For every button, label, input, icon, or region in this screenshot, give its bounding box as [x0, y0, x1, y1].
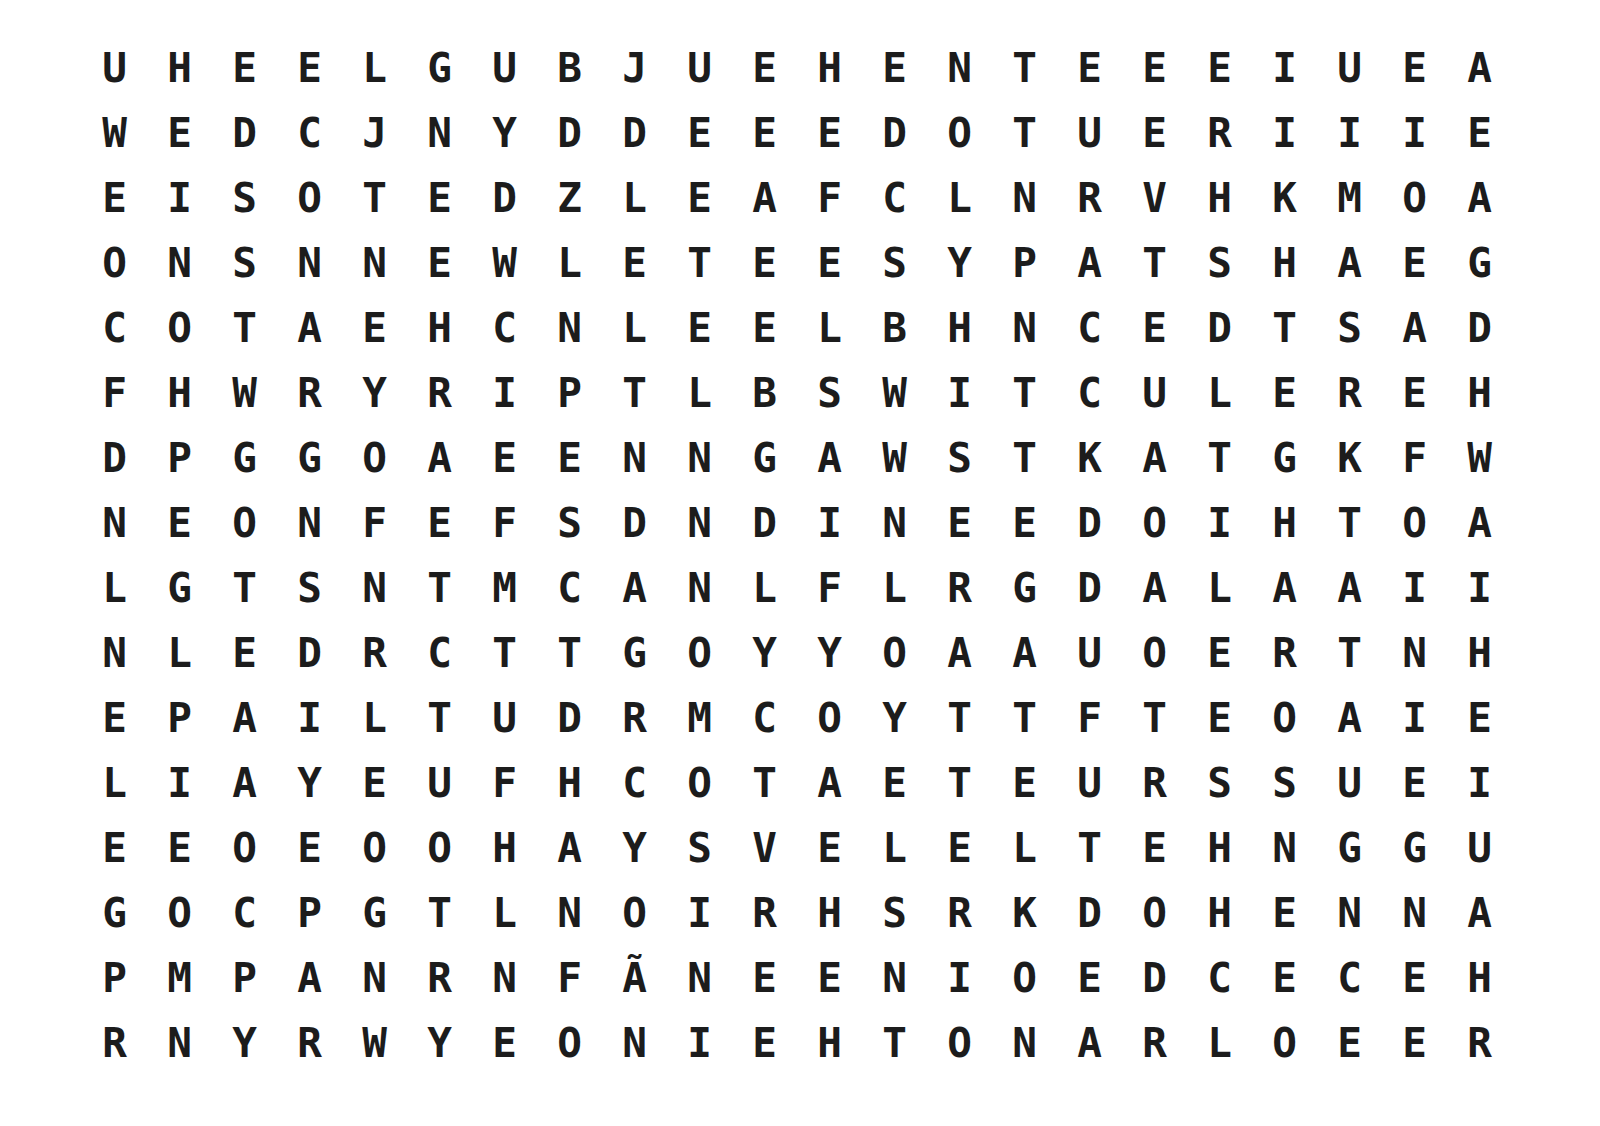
grid-cell-r10c3[interactable]: E	[212, 621, 277, 686]
grid-cell-r13c14[interactable]: E	[927, 816, 992, 881]
grid-cell-r7c20[interactable]: K	[1317, 426, 1382, 491]
grid-cell-r13c10[interactable]: S	[667, 816, 732, 881]
grid-cell-r12c5[interactable]: E	[342, 751, 407, 816]
grid-cell-r10c19[interactable]: R	[1252, 621, 1317, 686]
grid-cell-r8c11[interactable]: D	[732, 491, 797, 556]
grid-cell-r13c18[interactable]: H	[1187, 816, 1252, 881]
grid-cell-r2c9[interactable]: D	[602, 101, 667, 166]
grid-cell-r4c9[interactable]: E	[602, 231, 667, 296]
grid-cell-r7c13[interactable]: W	[862, 426, 927, 491]
grid-cell-r14c3[interactable]: C	[212, 881, 277, 946]
grid-cell-r9c19[interactable]: A	[1252, 556, 1317, 621]
grid-cell-r12c20[interactable]: U	[1317, 751, 1382, 816]
grid-cell-r15c3[interactable]: P	[212, 946, 277, 1011]
grid-cell-r6c14[interactable]: I	[927, 361, 992, 426]
grid-cell-r11c17[interactable]: T	[1122, 686, 1187, 751]
grid-cell-r8c14[interactable]: E	[927, 491, 992, 556]
grid-cell-r8c18[interactable]: I	[1187, 491, 1252, 556]
grid-cell-r15c9[interactable]: Ã	[602, 946, 667, 1011]
grid-cell-r16c8[interactable]: O	[537, 1011, 602, 1076]
grid-cell-r14c16[interactable]: D	[1057, 881, 1122, 946]
grid-cell-r15c7[interactable]: N	[472, 946, 537, 1011]
grid-cell-r6c5[interactable]: Y	[342, 361, 407, 426]
grid-cell-r6c16[interactable]: C	[1057, 361, 1122, 426]
grid-cell-r8c15[interactable]: E	[992, 491, 1057, 556]
grid-cell-r16c6[interactable]: Y	[407, 1011, 472, 1076]
grid-cell-r16c9[interactable]: N	[602, 1011, 667, 1076]
grid-cell-r5c12[interactable]: L	[797, 296, 862, 361]
grid-cell-r7c16[interactable]: K	[1057, 426, 1122, 491]
grid-cell-r15c16[interactable]: E	[1057, 946, 1122, 1011]
grid-cell-r13c12[interactable]: E	[797, 816, 862, 881]
grid-cell-r9c3[interactable]: T	[212, 556, 277, 621]
grid-cell-r2c1[interactable]: W	[82, 101, 147, 166]
grid-cell-r15c19[interactable]: E	[1252, 946, 1317, 1011]
grid-cell-r3c4[interactable]: O	[277, 166, 342, 231]
grid-cell-r4c8[interactable]: L	[537, 231, 602, 296]
grid-cell-r4c3[interactable]: S	[212, 231, 277, 296]
grid-cell-r1c13[interactable]: E	[862, 36, 927, 101]
grid-cell-r8c22[interactable]: A	[1447, 491, 1512, 556]
grid-cell-r5c17[interactable]: E	[1122, 296, 1187, 361]
grid-cell-r10c1[interactable]: N	[82, 621, 147, 686]
grid-cell-r7c10[interactable]: N	[667, 426, 732, 491]
grid-cell-r16c16[interactable]: A	[1057, 1011, 1122, 1076]
grid-cell-r7c7[interactable]: E	[472, 426, 537, 491]
grid-cell-r9c18[interactable]: L	[1187, 556, 1252, 621]
grid-cell-r7c21[interactable]: F	[1382, 426, 1447, 491]
grid-cell-r5c11[interactable]: E	[732, 296, 797, 361]
grid-cell-r11c13[interactable]: Y	[862, 686, 927, 751]
grid-cell-r7c12[interactable]: A	[797, 426, 862, 491]
grid-cell-r1c10[interactable]: U	[667, 36, 732, 101]
grid-cell-r8c4[interactable]: N	[277, 491, 342, 556]
grid-cell-r4c11[interactable]: E	[732, 231, 797, 296]
grid-cell-r5c9[interactable]: L	[602, 296, 667, 361]
grid-cell-r6c20[interactable]: R	[1317, 361, 1382, 426]
grid-cell-r4c20[interactable]: A	[1317, 231, 1382, 296]
grid-cell-r12c13[interactable]: E	[862, 751, 927, 816]
grid-cell-r5c19[interactable]: T	[1252, 296, 1317, 361]
grid-cell-r7c2[interactable]: P	[147, 426, 212, 491]
grid-cell-r11c7[interactable]: U	[472, 686, 537, 751]
grid-cell-r3c14[interactable]: L	[927, 166, 992, 231]
grid-cell-r3c12[interactable]: F	[797, 166, 862, 231]
grid-cell-r10c10[interactable]: O	[667, 621, 732, 686]
grid-cell-r2c20[interactable]: I	[1317, 101, 1382, 166]
grid-cell-r15c18[interactable]: C	[1187, 946, 1252, 1011]
grid-cell-r3c2[interactable]: I	[147, 166, 212, 231]
grid-cell-r3c22[interactable]: A	[1447, 166, 1512, 231]
grid-cell-r6c2[interactable]: H	[147, 361, 212, 426]
grid-cell-r6c13[interactable]: W	[862, 361, 927, 426]
grid-cell-r3c10[interactable]: E	[667, 166, 732, 231]
grid-cell-r15c17[interactable]: D	[1122, 946, 1187, 1011]
grid-cell-r3c21[interactable]: O	[1382, 166, 1447, 231]
grid-cell-r5c15[interactable]: N	[992, 296, 1057, 361]
grid-cell-r6c18[interactable]: L	[1187, 361, 1252, 426]
grid-cell-r16c1[interactable]: R	[82, 1011, 147, 1076]
grid-cell-r1c4[interactable]: E	[277, 36, 342, 101]
grid-cell-r13c15[interactable]: L	[992, 816, 1057, 881]
grid-cell-r15c8[interactable]: F	[537, 946, 602, 1011]
grid-cell-r15c4[interactable]: A	[277, 946, 342, 1011]
grid-cell-r1c6[interactable]: G	[407, 36, 472, 101]
grid-cell-r13c17[interactable]: E	[1122, 816, 1187, 881]
grid-cell-r6c17[interactable]: U	[1122, 361, 1187, 426]
grid-cell-r10c13[interactable]: O	[862, 621, 927, 686]
grid-cell-r14c19[interactable]: E	[1252, 881, 1317, 946]
grid-cell-r12c18[interactable]: S	[1187, 751, 1252, 816]
grid-cell-r6c11[interactable]: B	[732, 361, 797, 426]
grid-cell-r9c17[interactable]: A	[1122, 556, 1187, 621]
grid-cell-r16c4[interactable]: R	[277, 1011, 342, 1076]
grid-cell-r2c7[interactable]: Y	[472, 101, 537, 166]
grid-cell-r3c8[interactable]: Z	[537, 166, 602, 231]
grid-cell-r11c12[interactable]: O	[797, 686, 862, 751]
grid-cell-r14c11[interactable]: R	[732, 881, 797, 946]
grid-cell-r8c21[interactable]: O	[1382, 491, 1447, 556]
grid-cell-r5c20[interactable]: S	[1317, 296, 1382, 361]
grid-cell-r14c14[interactable]: R	[927, 881, 992, 946]
grid-cell-r15c1[interactable]: P	[82, 946, 147, 1011]
grid-cell-r15c5[interactable]: N	[342, 946, 407, 1011]
grid-cell-r9c5[interactable]: N	[342, 556, 407, 621]
grid-cell-r14c1[interactable]: G	[82, 881, 147, 946]
grid-cell-r12c16[interactable]: U	[1057, 751, 1122, 816]
grid-cell-r12c9[interactable]: C	[602, 751, 667, 816]
grid-cell-r2c18[interactable]: R	[1187, 101, 1252, 166]
grid-cell-r7c6[interactable]: A	[407, 426, 472, 491]
grid-cell-r9c10[interactable]: N	[667, 556, 732, 621]
grid-cell-r4c1[interactable]: O	[82, 231, 147, 296]
grid-cell-r9c15[interactable]: G	[992, 556, 1057, 621]
grid-cell-r14c17[interactable]: O	[1122, 881, 1187, 946]
grid-cell-r9c2[interactable]: G	[147, 556, 212, 621]
grid-cell-r10c17[interactable]: O	[1122, 621, 1187, 686]
grid-cell-r2c4[interactable]: C	[277, 101, 342, 166]
grid-cell-r6c19[interactable]: E	[1252, 361, 1317, 426]
grid-cell-r13c8[interactable]: A	[537, 816, 602, 881]
grid-cell-r7c15[interactable]: T	[992, 426, 1057, 491]
grid-cell-r14c7[interactable]: L	[472, 881, 537, 946]
grid-cell-r2c3[interactable]: D	[212, 101, 277, 166]
grid-cell-r1c8[interactable]: B	[537, 36, 602, 101]
grid-cell-r12c12[interactable]: A	[797, 751, 862, 816]
grid-cell-r7c19[interactable]: G	[1252, 426, 1317, 491]
grid-cell-r10c7[interactable]: T	[472, 621, 537, 686]
grid-cell-r4c10[interactable]: T	[667, 231, 732, 296]
grid-cell-r4c22[interactable]: G	[1447, 231, 1512, 296]
grid-cell-r6c4[interactable]: R	[277, 361, 342, 426]
grid-cell-r1c15[interactable]: T	[992, 36, 1057, 101]
grid-cell-r2c6[interactable]: N	[407, 101, 472, 166]
grid-cell-r4c5[interactable]: N	[342, 231, 407, 296]
grid-cell-r6c6[interactable]: R	[407, 361, 472, 426]
grid-cell-r12c17[interactable]: R	[1122, 751, 1187, 816]
grid-cell-r7c1[interactable]: D	[82, 426, 147, 491]
grid-cell-r6c10[interactable]: L	[667, 361, 732, 426]
grid-cell-r16c3[interactable]: Y	[212, 1011, 277, 1076]
grid-cell-r9c13[interactable]: L	[862, 556, 927, 621]
grid-cell-r4c12[interactable]: E	[797, 231, 862, 296]
grid-cell-r5c10[interactable]: E	[667, 296, 732, 361]
grid-cell-r7c14[interactable]: S	[927, 426, 992, 491]
grid-cell-r3c15[interactable]: N	[992, 166, 1057, 231]
grid-cell-r11c8[interactable]: D	[537, 686, 602, 751]
grid-cell-r4c19[interactable]: H	[1252, 231, 1317, 296]
grid-cell-r9c12[interactable]: F	[797, 556, 862, 621]
grid-cell-r12c14[interactable]: T	[927, 751, 992, 816]
grid-cell-r3c9[interactable]: L	[602, 166, 667, 231]
grid-cell-r1c2[interactable]: H	[147, 36, 212, 101]
grid-cell-r11c16[interactable]: F	[1057, 686, 1122, 751]
grid-cell-r1c21[interactable]: E	[1382, 36, 1447, 101]
grid-cell-r12c10[interactable]: O	[667, 751, 732, 816]
grid-cell-r4c21[interactable]: E	[1382, 231, 1447, 296]
grid-cell-r5c16[interactable]: C	[1057, 296, 1122, 361]
grid-cell-r9c4[interactable]: S	[277, 556, 342, 621]
grid-cell-r2c12[interactable]: E	[797, 101, 862, 166]
grid-cell-r1c9[interactable]: J	[602, 36, 667, 101]
grid-cell-r14c18[interactable]: H	[1187, 881, 1252, 946]
grid-cell-r12c8[interactable]: H	[537, 751, 602, 816]
grid-cell-r6c15[interactable]: T	[992, 361, 1057, 426]
grid-cell-r9c14[interactable]: R	[927, 556, 992, 621]
grid-cell-r3c16[interactable]: R	[1057, 166, 1122, 231]
grid-cell-r15c15[interactable]: O	[992, 946, 1057, 1011]
grid-cell-r15c22[interactable]: H	[1447, 946, 1512, 1011]
grid-cell-r11c20[interactable]: A	[1317, 686, 1382, 751]
grid-cell-r10c4[interactable]: D	[277, 621, 342, 686]
grid-cell-r14c20[interactable]: N	[1317, 881, 1382, 946]
grid-cell-r1c12[interactable]: H	[797, 36, 862, 101]
grid-cell-r5c4[interactable]: A	[277, 296, 342, 361]
grid-cell-r15c21[interactable]: E	[1382, 946, 1447, 1011]
grid-cell-r8c20[interactable]: T	[1317, 491, 1382, 556]
grid-cell-r11c10[interactable]: M	[667, 686, 732, 751]
grid-cell-r8c2[interactable]: E	[147, 491, 212, 556]
grid-cell-r16c10[interactable]: I	[667, 1011, 732, 1076]
grid-cell-r8c5[interactable]: F	[342, 491, 407, 556]
grid-cell-r10c9[interactable]: G	[602, 621, 667, 686]
grid-cell-r14c12[interactable]: H	[797, 881, 862, 946]
grid-cell-r11c5[interactable]: L	[342, 686, 407, 751]
grid-cell-r9c9[interactable]: A	[602, 556, 667, 621]
grid-cell-r9c16[interactable]: D	[1057, 556, 1122, 621]
grid-cell-r10c21[interactable]: N	[1382, 621, 1447, 686]
grid-cell-r8c19[interactable]: H	[1252, 491, 1317, 556]
grid-cell-r16c13[interactable]: T	[862, 1011, 927, 1076]
grid-cell-r13c11[interactable]: V	[732, 816, 797, 881]
grid-cell-r2c5[interactable]: J	[342, 101, 407, 166]
grid-cell-r15c11[interactable]: E	[732, 946, 797, 1011]
grid-cell-r8c10[interactable]: N	[667, 491, 732, 556]
grid-cell-r5c8[interactable]: N	[537, 296, 602, 361]
grid-cell-r1c22[interactable]: A	[1447, 36, 1512, 101]
grid-cell-r14c2[interactable]: O	[147, 881, 212, 946]
grid-cell-r11c18[interactable]: E	[1187, 686, 1252, 751]
grid-cell-r6c7[interactable]: I	[472, 361, 537, 426]
grid-cell-r1c19[interactable]: I	[1252, 36, 1317, 101]
grid-cell-r7c22[interactable]: W	[1447, 426, 1512, 491]
grid-cell-r4c18[interactable]: S	[1187, 231, 1252, 296]
grid-cell-r14c13[interactable]: S	[862, 881, 927, 946]
grid-cell-r16c2[interactable]: N	[147, 1011, 212, 1076]
grid-cell-r2c13[interactable]: D	[862, 101, 927, 166]
grid-cell-r4c13[interactable]: S	[862, 231, 927, 296]
grid-cell-r14c15[interactable]: K	[992, 881, 1057, 946]
grid-cell-r12c15[interactable]: E	[992, 751, 1057, 816]
grid-cell-r12c2[interactable]: I	[147, 751, 212, 816]
grid-cell-r10c16[interactable]: U	[1057, 621, 1122, 686]
grid-cell-r15c2[interactable]: M	[147, 946, 212, 1011]
grid-cell-r6c3[interactable]: W	[212, 361, 277, 426]
grid-cell-r3c11[interactable]: A	[732, 166, 797, 231]
grid-cell-r10c20[interactable]: T	[1317, 621, 1382, 686]
grid-cell-r11c22[interactable]: E	[1447, 686, 1512, 751]
grid-cell-r7c5[interactable]: O	[342, 426, 407, 491]
grid-cell-r1c18[interactable]: E	[1187, 36, 1252, 101]
grid-cell-r1c5[interactable]: L	[342, 36, 407, 101]
grid-cell-r11c9[interactable]: R	[602, 686, 667, 751]
grid-cell-r10c2[interactable]: L	[147, 621, 212, 686]
grid-cell-r12c21[interactable]: E	[1382, 751, 1447, 816]
grid-cell-r6c8[interactable]: P	[537, 361, 602, 426]
grid-cell-r10c14[interactable]: A	[927, 621, 992, 686]
grid-cell-r6c21[interactable]: E	[1382, 361, 1447, 426]
grid-cell-r2c11[interactable]: E	[732, 101, 797, 166]
grid-cell-r2c14[interactable]: O	[927, 101, 992, 166]
grid-cell-r8c8[interactable]: S	[537, 491, 602, 556]
grid-cell-r5c6[interactable]: H	[407, 296, 472, 361]
grid-cell-r5c13[interactable]: B	[862, 296, 927, 361]
grid-cell-r13c19[interactable]: N	[1252, 816, 1317, 881]
grid-cell-r16c22[interactable]: R	[1447, 1011, 1512, 1076]
grid-cell-r14c10[interactable]: I	[667, 881, 732, 946]
grid-cell-r9c22[interactable]: I	[1447, 556, 1512, 621]
grid-cell-r11c15[interactable]: T	[992, 686, 1057, 751]
grid-cell-r13c21[interactable]: G	[1382, 816, 1447, 881]
grid-cell-r12c1[interactable]: L	[82, 751, 147, 816]
grid-cell-r1c1[interactable]: U	[82, 36, 147, 101]
grid-cell-r5c5[interactable]: E	[342, 296, 407, 361]
grid-cell-r4c7[interactable]: W	[472, 231, 537, 296]
grid-cell-r7c4[interactable]: G	[277, 426, 342, 491]
grid-cell-r8c9[interactable]: D	[602, 491, 667, 556]
grid-cell-r5c2[interactable]: O	[147, 296, 212, 361]
grid-cell-r3c18[interactable]: H	[1187, 166, 1252, 231]
grid-cell-r12c3[interactable]: A	[212, 751, 277, 816]
grid-cell-r10c8[interactable]: T	[537, 621, 602, 686]
grid-cell-r16c17[interactable]: R	[1122, 1011, 1187, 1076]
grid-cell-r10c22[interactable]: H	[1447, 621, 1512, 686]
grid-cell-r14c4[interactable]: P	[277, 881, 342, 946]
grid-cell-r5c22[interactable]: D	[1447, 296, 1512, 361]
grid-cell-r16c14[interactable]: O	[927, 1011, 992, 1076]
grid-cell-r8c3[interactable]: O	[212, 491, 277, 556]
grid-cell-r13c2[interactable]: E	[147, 816, 212, 881]
grid-cell-r2c21[interactable]: I	[1382, 101, 1447, 166]
grid-cell-r14c22[interactable]: A	[1447, 881, 1512, 946]
grid-cell-r10c11[interactable]: Y	[732, 621, 797, 686]
grid-cell-r12c22[interactable]: I	[1447, 751, 1512, 816]
grid-cell-r3c5[interactable]: T	[342, 166, 407, 231]
grid-cell-r4c15[interactable]: P	[992, 231, 1057, 296]
grid-cell-r11c11[interactable]: C	[732, 686, 797, 751]
grid-cell-r2c16[interactable]: U	[1057, 101, 1122, 166]
grid-cell-r5c1[interactable]: C	[82, 296, 147, 361]
grid-cell-r2c15[interactable]: T	[992, 101, 1057, 166]
grid-cell-r8c13[interactable]: N	[862, 491, 927, 556]
grid-cell-r3c13[interactable]: C	[862, 166, 927, 231]
grid-cell-r3c3[interactable]: S	[212, 166, 277, 231]
grid-cell-r15c6[interactable]: R	[407, 946, 472, 1011]
grid-cell-r5c21[interactable]: A	[1382, 296, 1447, 361]
grid-cell-r6c22[interactable]: H	[1447, 361, 1512, 426]
grid-cell-r13c5[interactable]: O	[342, 816, 407, 881]
grid-cell-r9c21[interactable]: I	[1382, 556, 1447, 621]
grid-cell-r9c6[interactable]: T	[407, 556, 472, 621]
grid-cell-r7c17[interactable]: A	[1122, 426, 1187, 491]
grid-cell-r3c1[interactable]: E	[82, 166, 147, 231]
grid-cell-r8c7[interactable]: F	[472, 491, 537, 556]
grid-cell-r13c1[interactable]: E	[82, 816, 147, 881]
grid-cell-r16c15[interactable]: N	[992, 1011, 1057, 1076]
grid-cell-r7c11[interactable]: G	[732, 426, 797, 491]
grid-cell-r9c11[interactable]: L	[732, 556, 797, 621]
grid-cell-r13c13[interactable]: L	[862, 816, 927, 881]
grid-cell-r8c12[interactable]: I	[797, 491, 862, 556]
grid-cell-r9c8[interactable]: C	[537, 556, 602, 621]
grid-cell-r2c19[interactable]: I	[1252, 101, 1317, 166]
grid-cell-r8c16[interactable]: D	[1057, 491, 1122, 556]
grid-cell-r13c9[interactable]: Y	[602, 816, 667, 881]
grid-cell-r11c3[interactable]: A	[212, 686, 277, 751]
grid-cell-r6c12[interactable]: S	[797, 361, 862, 426]
grid-cell-r13c6[interactable]: O	[407, 816, 472, 881]
grid-cell-r8c1[interactable]: N	[82, 491, 147, 556]
grid-cell-r14c9[interactable]: O	[602, 881, 667, 946]
grid-cell-r12c11[interactable]: T	[732, 751, 797, 816]
grid-cell-r11c14[interactable]: T	[927, 686, 992, 751]
grid-cell-r1c14[interactable]: N	[927, 36, 992, 101]
grid-cell-r8c17[interactable]: O	[1122, 491, 1187, 556]
grid-cell-r7c18[interactable]: T	[1187, 426, 1252, 491]
grid-cell-r11c19[interactable]: O	[1252, 686, 1317, 751]
grid-cell-r8c6[interactable]: E	[407, 491, 472, 556]
grid-cell-r7c9[interactable]: N	[602, 426, 667, 491]
grid-cell-r14c6[interactable]: T	[407, 881, 472, 946]
grid-cell-r6c9[interactable]: T	[602, 361, 667, 426]
grid-cell-r13c20[interactable]: G	[1317, 816, 1382, 881]
grid-cell-r12c4[interactable]: Y	[277, 751, 342, 816]
grid-cell-r16c19[interactable]: O	[1252, 1011, 1317, 1076]
grid-cell-r5c7[interactable]: C	[472, 296, 537, 361]
grid-cell-r7c8[interactable]: E	[537, 426, 602, 491]
grid-cell-r12c19[interactable]: S	[1252, 751, 1317, 816]
grid-cell-r1c17[interactable]: E	[1122, 36, 1187, 101]
grid-cell-r13c7[interactable]: H	[472, 816, 537, 881]
grid-cell-r16c20[interactable]: E	[1317, 1011, 1382, 1076]
grid-cell-r1c16[interactable]: E	[1057, 36, 1122, 101]
grid-cell-r13c22[interactable]: U	[1447, 816, 1512, 881]
grid-cell-r11c1[interactable]: E	[82, 686, 147, 751]
grid-cell-r12c7[interactable]: F	[472, 751, 537, 816]
grid-cell-r15c10[interactable]: N	[667, 946, 732, 1011]
grid-cell-r10c15[interactable]: A	[992, 621, 1057, 686]
grid-cell-r10c12[interactable]: Y	[797, 621, 862, 686]
